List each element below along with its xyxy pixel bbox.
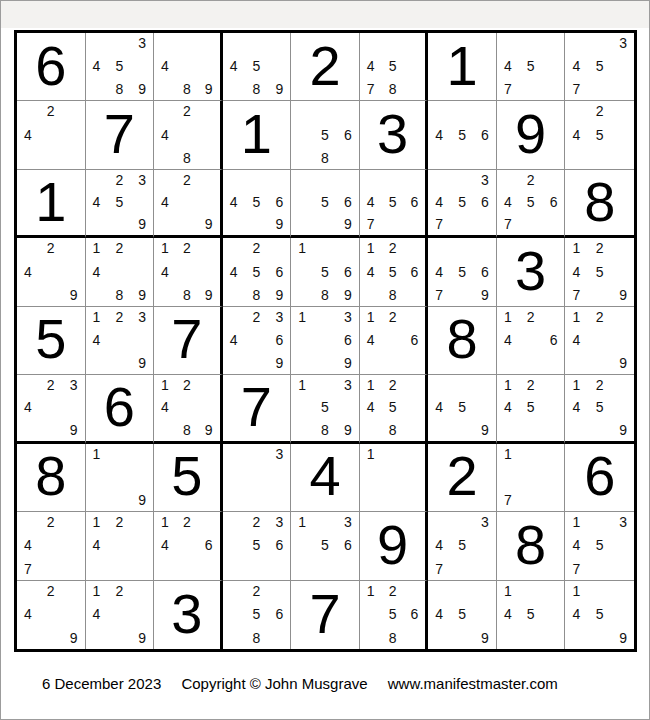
- candidate-grid: 12489: [154, 375, 220, 440]
- candidate-digit: 5: [384, 604, 401, 624]
- candidate-digit: 2: [178, 515, 195, 535]
- given-digit: 5: [171, 448, 202, 504]
- cell-r4c4[interactable]: 245689: [223, 238, 292, 306]
- candidate-digit: 3: [334, 310, 352, 330]
- candidate-digit: 9: [195, 282, 212, 302]
- candidate-digit: 6: [265, 261, 283, 281]
- candidate-digit: 4: [572, 535, 590, 555]
- candidate-digit: 1: [572, 515, 590, 535]
- candidate-grid: 1249: [86, 581, 154, 649]
- candidate-digit: 5: [522, 192, 540, 211]
- cell-r3c5[interactable]: 569: [291, 170, 360, 238]
- cell-r4c7[interactable]: 45679: [428, 238, 497, 306]
- cell-r7c7[interactable]: 2: [428, 444, 497, 512]
- candidate-digit: 5: [316, 261, 334, 281]
- cell-r9c4[interactable]: 2568: [223, 581, 292, 649]
- candidate-grid: 34567: [428, 170, 496, 235]
- candidate-digit: 2: [110, 241, 128, 261]
- cell-r8c5[interactable]: 1356: [291, 512, 360, 580]
- candidate-grid: 24567: [497, 170, 565, 235]
- cell-r1c9[interactable]: 3457: [565, 33, 634, 101]
- candidate-digit: 4: [161, 125, 178, 145]
- candidate-digit: 4: [435, 398, 453, 417]
- given-digit: 2: [447, 448, 478, 504]
- given-digit: 7: [104, 106, 135, 162]
- candidate-digit: 4: [230, 192, 248, 211]
- candidate-digit: 6: [540, 330, 558, 350]
- candidate-digit: 1: [93, 310, 111, 330]
- candidate-digit: 5: [384, 261, 401, 281]
- cell-r5c9[interactable]: 1249: [565, 307, 634, 375]
- cell-r2c4[interactable]: 1: [223, 101, 292, 169]
- cell-r6c6[interactable]: 12458: [360, 375, 429, 443]
- candidate-digit: 6: [265, 192, 283, 211]
- candidate-digit: 4: [24, 604, 42, 624]
- candidate-digit: 4: [435, 535, 453, 555]
- candidate-digit: 1: [367, 310, 384, 330]
- candidate-grid: 3457: [428, 512, 496, 579]
- candidate-digit: 1: [298, 378, 316, 397]
- candidate-digit: 4: [367, 56, 384, 76]
- candidate-grid: 245: [565, 101, 634, 168]
- candidate-grid: 34589: [86, 33, 154, 100]
- cell-r6c3[interactable]: 12489: [154, 375, 223, 443]
- candidate-grid: 1369: [291, 307, 359, 374]
- candidate-grid: 4567: [360, 170, 426, 235]
- cell-r1c2[interactable]: 34589: [86, 33, 155, 101]
- candidate-grid: 124579: [565, 238, 634, 305]
- candidate-grid: 3457: [565, 33, 634, 100]
- candidate-grid: 1246: [154, 512, 220, 579]
- cell-r2c1[interactable]: 24: [17, 101, 86, 169]
- candidate-digit: 9: [334, 282, 352, 302]
- cell-r6c1[interactable]: 2349: [17, 375, 86, 443]
- candidate-digit: 9: [128, 487, 146, 507]
- candidate-digit: 2: [248, 584, 266, 604]
- candidate-digit: 5: [248, 535, 266, 555]
- sudoku-board: 6345894894589245781457345724724815683456…: [14, 30, 637, 652]
- candidate-grid: 3: [223, 444, 291, 511]
- candidate-digit: 6: [334, 261, 352, 281]
- candidate-digit: 9: [128, 76, 146, 96]
- given-digit: 3: [377, 106, 408, 162]
- given-digit: 3: [171, 586, 202, 642]
- cell-r7c9[interactable]: 6: [565, 444, 634, 512]
- cell-r4c8[interactable]: 3: [497, 238, 566, 306]
- candidate-digit: 8: [248, 282, 266, 302]
- given-digit: 7: [241, 379, 272, 435]
- candidate-grid: 15689: [291, 238, 359, 305]
- candidate-digit: 9: [195, 417, 212, 436]
- candidate-digit: 6: [334, 330, 352, 350]
- candidate-digit: 3: [128, 36, 146, 56]
- cell-r5c7[interactable]: 8: [428, 307, 497, 375]
- cell-r1c8[interactable]: 457: [497, 33, 566, 101]
- candidate-digit: 5: [316, 192, 334, 211]
- candidate-digit: 4: [572, 261, 590, 281]
- candidate-digit: 4: [367, 398, 384, 417]
- cell-r3c6[interactable]: 4567: [360, 170, 429, 238]
- candidate-digit: 2: [110, 310, 128, 330]
- cell-r7c3[interactable]: 5: [154, 444, 223, 512]
- candidate-digit: 3: [265, 310, 283, 330]
- cell-r8c1[interactable]: 247: [17, 512, 86, 580]
- cell-r1c4[interactable]: 4589: [223, 33, 292, 101]
- cell-r9c2[interactable]: 1249: [86, 581, 155, 649]
- candidate-digit: 8: [316, 145, 334, 165]
- cell-r6c8[interactable]: 1245: [497, 375, 566, 443]
- candidate-digit: 8: [110, 76, 128, 96]
- candidate-digit: 2: [248, 310, 266, 330]
- candidate-digit: 2: [591, 241, 609, 261]
- cell-r1c7[interactable]: 1: [428, 33, 497, 101]
- candidate-digit: 3: [609, 36, 627, 56]
- candidate-digit: 1: [572, 310, 590, 330]
- cell-r5c1[interactable]: 5: [17, 307, 86, 375]
- given-digit: 8: [515, 517, 546, 573]
- candidate-grid: 13589: [291, 375, 359, 440]
- candidate-digit: 6: [471, 192, 489, 211]
- candidate-digit: 9: [265, 282, 283, 302]
- cell-r5c4[interactable]: 23469: [223, 307, 292, 375]
- given-digit: 6: [35, 38, 66, 94]
- candidate-digit: 4: [435, 125, 453, 145]
- candidate-digit: 2: [248, 515, 266, 535]
- candidate-digit: 2: [42, 378, 60, 397]
- candidate-digit: 7: [504, 487, 522, 507]
- candidate-digit: 2: [110, 515, 128, 535]
- candidate-digit: 7: [572, 282, 590, 302]
- cell-r9c9[interactable]: 1459: [565, 581, 634, 649]
- candidate-digit: 4: [435, 192, 453, 211]
- candidate-digit: 8: [178, 145, 195, 165]
- cell-r4c6[interactable]: 124568: [360, 238, 429, 306]
- candidate-digit: 8: [384, 76, 401, 96]
- candidate-grid: 1: [360, 444, 426, 511]
- candidate-digit: 4: [572, 125, 590, 145]
- candidate-digit: 8: [178, 76, 195, 96]
- candidate-grid: 12489: [86, 238, 154, 305]
- cell-r1c5[interactable]: 2: [291, 33, 360, 101]
- cell-r3c3[interactable]: 249: [154, 170, 223, 238]
- candidate-digit: 5: [110, 56, 128, 76]
- candidate-digit: 9: [128, 212, 146, 231]
- candidate-digit: 1: [93, 241, 111, 261]
- cell-r6c7[interactable]: 459: [428, 375, 497, 443]
- candidate-grid: 248: [154, 101, 220, 168]
- candidate-digit: 5: [591, 125, 609, 145]
- candidate-digit: 7: [435, 282, 453, 302]
- candidate-digit: 4: [93, 535, 111, 555]
- cell-r1c3[interactable]: 489: [154, 33, 223, 101]
- candidate-digit: 5: [248, 604, 266, 624]
- candidate-digit: 2: [384, 378, 401, 397]
- candidate-digit: 6: [334, 192, 352, 211]
- candidate-digit: 1: [367, 584, 384, 604]
- footer-copyright: Copyright © John Musgrave: [181, 675, 367, 692]
- cell-r1c1[interactable]: 6: [17, 33, 86, 101]
- candidate-digit: 2: [384, 310, 401, 330]
- candidate-digit: 2: [42, 584, 60, 604]
- cell-r8c2[interactable]: 124: [86, 512, 155, 580]
- candidate-digit: 1: [367, 378, 384, 397]
- candidate-digit: 1: [504, 378, 522, 397]
- candidate-grid: 1246: [497, 307, 565, 374]
- candidate-digit: 9: [60, 625, 78, 645]
- cell-r7c1[interactable]: 8: [17, 444, 86, 512]
- candidate-digit: 5: [384, 398, 401, 417]
- cell-r7c6[interactable]: 1: [360, 444, 429, 512]
- candidate-digit: 5: [522, 604, 540, 624]
- cell-r3c7[interactable]: 34567: [428, 170, 497, 238]
- candidate-digit: 8: [316, 282, 334, 302]
- candidate-digit: 9: [471, 417, 489, 436]
- cell-r5c3[interactable]: 7: [154, 307, 223, 375]
- candidate-digit: 1: [298, 515, 316, 535]
- cell-r8c8[interactable]: 8: [497, 512, 566, 580]
- candidate-grid: 124: [86, 512, 154, 579]
- candidate-digit: 4: [93, 330, 111, 350]
- candidate-digit: 2: [110, 584, 128, 604]
- candidate-grid: 2349: [17, 375, 85, 440]
- candidate-digit: 9: [609, 282, 627, 302]
- cell-r3c4[interactable]: 4569: [223, 170, 292, 238]
- candidate-digit: 3: [334, 378, 352, 397]
- cell-r7c5[interactable]: 4: [291, 444, 360, 512]
- given-digit: 5: [35, 311, 66, 367]
- candidate-grid: 456: [428, 101, 496, 168]
- candidate-digit: 8: [248, 76, 266, 96]
- candidate-digit: 5: [453, 604, 471, 624]
- candidate-digit: 4: [230, 330, 248, 350]
- candidate-digit: 1: [161, 378, 178, 397]
- candidate-digit: 2: [178, 241, 195, 261]
- candidate-digit: 3: [128, 173, 146, 192]
- candidate-grid: 12349: [86, 307, 154, 374]
- candidate-digit: 1: [572, 378, 590, 397]
- cell-r3c1[interactable]: 1: [17, 170, 86, 238]
- candidate-grid: 489: [154, 33, 220, 100]
- candidate-digit: 9: [334, 212, 352, 231]
- candidate-digit: 9: [609, 417, 627, 436]
- candidate-grid: 2568: [223, 581, 291, 649]
- candidate-digit: 6: [334, 125, 352, 145]
- candidate-digit: 4: [572, 330, 590, 350]
- candidate-digit: 6: [471, 261, 489, 281]
- cell-r9c3[interactable]: 3: [154, 581, 223, 649]
- candidate-digit: 4: [24, 398, 42, 417]
- candidate-digit: 9: [334, 417, 352, 436]
- candidate-digit: 7: [367, 212, 384, 231]
- candidate-digit: 9: [128, 350, 146, 370]
- cell-r4c1[interactable]: 249: [17, 238, 86, 306]
- candidate-grid: 23459: [86, 170, 154, 235]
- candidate-grid: 568: [291, 101, 359, 168]
- candidate-digit: 4: [161, 261, 178, 281]
- candidate-digit: 6: [401, 192, 418, 211]
- candidate-digit: 5: [591, 261, 609, 281]
- candidate-grid: 12458: [360, 375, 426, 440]
- candidate-digit: 5: [384, 56, 401, 76]
- cell-r8c4[interactable]: 2356: [223, 512, 292, 580]
- given-digit: 1: [35, 174, 66, 230]
- cell-r7c4[interactable]: 3: [223, 444, 292, 512]
- candidate-digit: 4: [572, 398, 590, 417]
- header-strip: [1, 1, 649, 28]
- candidate-digit: 4: [572, 604, 590, 624]
- candidate-digit: 7: [572, 555, 590, 575]
- cell-r6c9[interactable]: 12459: [565, 375, 634, 443]
- candidate-digit: 5: [248, 56, 266, 76]
- candidate-grid: 4569: [223, 170, 291, 235]
- candidate-digit: 8: [384, 417, 401, 436]
- cell-r9c6[interactable]: 12568: [360, 581, 429, 649]
- candidate-digit: 1: [504, 447, 522, 467]
- cell-r9c8[interactable]: 145: [497, 581, 566, 649]
- candidate-grid: 4589: [223, 33, 291, 100]
- cell-r3c2[interactable]: 23459: [86, 170, 155, 238]
- cell-r7c8[interactable]: 17: [497, 444, 566, 512]
- cell-r2c3[interactable]: 248: [154, 101, 223, 169]
- cell-r2c7[interactable]: 456: [428, 101, 497, 169]
- candidate-digit: 4: [504, 192, 522, 211]
- candidate-grid: 249: [17, 238, 85, 305]
- candidate-grid: 19: [86, 444, 154, 511]
- candidate-digit: 3: [334, 515, 352, 535]
- candidate-digit: 7: [435, 212, 453, 231]
- cell-r3c9[interactable]: 8: [565, 170, 634, 238]
- footer-date: 6 December 2023: [42, 675, 161, 692]
- candidate-digit: 4: [93, 604, 111, 624]
- candidate-digit: 4: [93, 192, 111, 211]
- candidate-digit: 7: [24, 555, 42, 575]
- candidate-digit: 5: [316, 535, 334, 555]
- candidate-grid: 12459: [565, 375, 634, 440]
- candidate-digit: 2: [42, 104, 60, 124]
- cell-r1c6[interactable]: 4578: [360, 33, 429, 101]
- footer: 6 December 2023 Copyright © John Musgrav…: [42, 674, 558, 694]
- candidate-digit: 1: [572, 241, 590, 261]
- candidate-digit: 5: [591, 56, 609, 76]
- candidate-digit: 5: [384, 192, 401, 211]
- candidate-digit: 6: [401, 330, 418, 350]
- given-digit: 8: [35, 448, 66, 504]
- candidate-grid: 249: [17, 581, 85, 649]
- cell-r9c7[interactable]: 459: [428, 581, 497, 649]
- cell-r2c8[interactable]: 9: [497, 101, 566, 169]
- candidate-digit: 5: [248, 261, 266, 281]
- candidate-digit: 2: [248, 241, 266, 261]
- candidate-digit: 1: [93, 447, 111, 467]
- cell-r5c8[interactable]: 1246: [497, 307, 566, 375]
- cell-r7c2[interactable]: 19: [86, 444, 155, 512]
- candidate-grid: 457: [497, 33, 565, 100]
- cell-r2c2[interactable]: 7: [86, 101, 155, 169]
- candidate-digit: 4: [504, 604, 522, 624]
- cell-r3c8[interactable]: 24567: [497, 170, 566, 238]
- cell-r2c6[interactable]: 3: [360, 101, 429, 169]
- cell-r5c6[interactable]: 1246: [360, 307, 429, 375]
- candidate-digit: 6: [265, 604, 283, 624]
- footer-website-link[interactable]: www.manifestmaster.com: [388, 675, 558, 692]
- cell-r6c4[interactable]: 7: [223, 375, 292, 443]
- candidate-digit: 9: [471, 282, 489, 302]
- candidate-grid: 145: [497, 581, 565, 649]
- given-digit: 2: [309, 38, 340, 94]
- candidate-digit: 4: [572, 56, 590, 76]
- candidate-digit: 2: [591, 378, 609, 397]
- candidate-grid: 1246: [360, 307, 426, 374]
- candidate-digit: 9: [128, 625, 146, 645]
- candidate-digit: 9: [334, 350, 352, 370]
- candidate-grid: 1356: [291, 512, 359, 579]
- candidate-digit: 2: [522, 173, 540, 192]
- given-digit: 3: [515, 243, 546, 299]
- candidate-digit: 9: [265, 76, 283, 96]
- candidate-digit: 4: [161, 56, 178, 76]
- cell-r4c2[interactable]: 12489: [86, 238, 155, 306]
- candidate-digit: 4: [504, 330, 522, 350]
- cell-r6c5[interactable]: 13589: [291, 375, 360, 443]
- candidate-digit: 9: [609, 350, 627, 370]
- candidate-digit: 2: [42, 241, 60, 261]
- candidate-digit: 6: [401, 604, 418, 624]
- candidate-grid: 124568: [360, 238, 426, 305]
- candidate-digit: 8: [384, 282, 401, 302]
- cell-r9c1[interactable]: 249: [17, 581, 86, 649]
- cell-r5c5[interactable]: 1369: [291, 307, 360, 375]
- given-digit: 6: [584, 448, 615, 504]
- candidate-digit: 3: [471, 515, 489, 535]
- candidate-grid: 24: [17, 101, 85, 168]
- candidate-digit: 4: [93, 56, 111, 76]
- candidate-digit: 2: [178, 378, 195, 397]
- cell-r8c9[interactable]: 13457: [565, 512, 634, 580]
- candidate-digit: 9: [60, 282, 78, 302]
- cell-r8c3[interactable]: 1246: [154, 512, 223, 580]
- candidate-grid: 45679: [428, 238, 496, 305]
- candidate-digit: 4: [367, 330, 384, 350]
- candidate-digit: 6: [471, 125, 489, 145]
- candidate-digit: 4: [435, 261, 453, 281]
- candidate-digit: 4: [24, 261, 42, 281]
- cell-r2c5[interactable]: 568: [291, 101, 360, 169]
- given-digit: 9: [377, 517, 408, 573]
- cell-r2c9[interactable]: 245: [565, 101, 634, 169]
- cell-r4c5[interactable]: 15689: [291, 238, 360, 306]
- candidate-digit: 4: [93, 261, 111, 281]
- cell-r4c3[interactable]: 12489: [154, 238, 223, 306]
- cell-r5c2[interactable]: 12349: [86, 307, 155, 375]
- candidate-grid: 4578: [360, 33, 426, 100]
- cell-r8c7[interactable]: 3457: [428, 512, 497, 580]
- cell-r9c5[interactable]: 7: [291, 581, 360, 649]
- candidate-digit: 1: [367, 447, 384, 467]
- candidate-grid: 569: [291, 170, 359, 235]
- candidate-grid: 245689: [223, 238, 291, 305]
- cell-r6c2[interactable]: 6: [86, 375, 155, 443]
- candidate-digit: 8: [316, 417, 334, 436]
- candidate-digit: 4: [367, 261, 384, 281]
- given-digit: 4: [309, 448, 340, 504]
- given-digit: 7: [171, 311, 202, 367]
- candidate-digit: 5: [453, 192, 471, 211]
- candidate-digit: 1: [161, 515, 178, 535]
- candidate-digit: 2: [522, 378, 540, 397]
- candidate-digit: 3: [265, 447, 283, 467]
- cell-r8c6[interactable]: 9: [360, 512, 429, 580]
- cell-r4c9[interactable]: 124579: [565, 238, 634, 306]
